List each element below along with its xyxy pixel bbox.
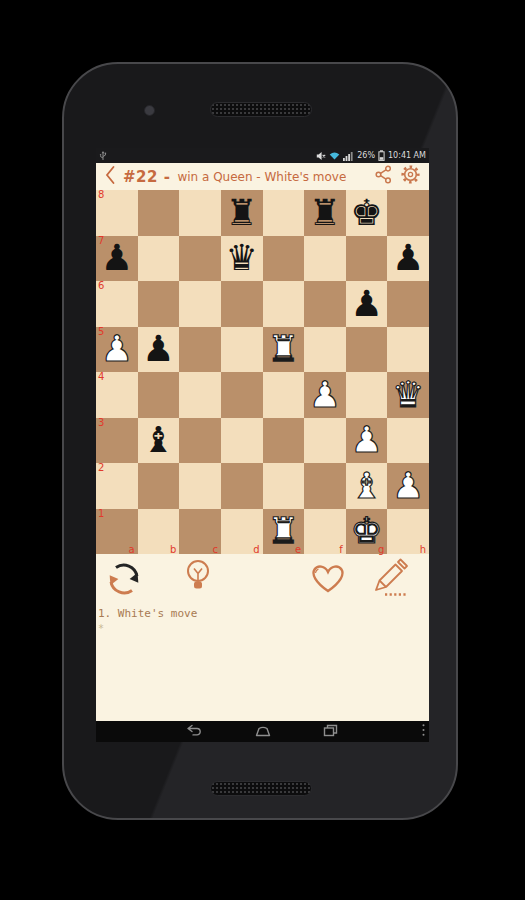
battery-icon [378,150,385,161]
square-f5[interactable] [304,327,346,373]
square-c2[interactable] [179,463,221,509]
square-g4[interactable] [346,372,388,418]
square-a3[interactable]: 3 [96,418,138,464]
rank-label: 5 [98,326,104,337]
rank-label: 7 [98,235,104,246]
back-icon [104,165,116,189]
home-nav-button[interactable] [254,721,272,742]
square-g5[interactable] [346,327,388,373]
app-header: #22 - win a Queen - White's move [96,163,429,190]
white-rook: ♜ [267,331,299,367]
square-b2[interactable] [138,463,180,509]
move-list: 1. White's move * [96,604,429,721]
square-b7[interactable] [138,236,180,282]
square-d2[interactable] [221,463,263,509]
menu-dots-icon [421,722,426,741]
square-a8[interactable]: 8 [96,190,138,236]
square-c6[interactable] [179,281,221,327]
square-f8[interactable]: ♜ [304,190,346,236]
square-c4[interactable] [179,372,221,418]
square-d5[interactable] [221,327,263,373]
black-pawn: ♟ [101,240,133,276]
black-pawn: ♟ [392,240,424,276]
square-h6[interactable] [387,281,429,327]
recents-nav-icon [323,722,339,741]
chess-board: 8♜♜♚7♟♛♟6♟5♟♟♜4♟♛3♝♟2♝♟1abcde♜fg♚h [96,190,429,554]
square-e4[interactable] [263,372,305,418]
result-marker: * [98,622,429,636]
square-e6[interactable] [263,281,305,327]
square-e2[interactable] [263,463,305,509]
back-nav-button[interactable] [185,721,203,742]
status-time: 10:41 AM [388,151,426,160]
white-pawn: ♟ [101,331,133,367]
square-g6[interactable]: ♟ [346,281,388,327]
square-d6[interactable] [221,281,263,327]
rank-label: 4 [98,371,104,382]
square-b6[interactable] [138,281,180,327]
square-h3[interactable] [387,418,429,464]
square-f1[interactable]: f [304,509,346,555]
white-pawn: ♟ [392,468,424,504]
app-screen: 26% 10:41 AM [96,148,429,742]
settings-button[interactable] [400,164,421,189]
square-b1[interactable]: b [138,509,180,555]
square-c1[interactable]: c [179,509,221,555]
move-line: 1. White's move [98,607,429,622]
menu-dots-button[interactable] [421,721,426,742]
android-nav-bar [96,721,429,742]
battery-percent: 26% [357,151,375,160]
square-c8[interactable] [179,190,221,236]
gear-icon [400,164,421,189]
square-a6[interactable]: 6 [96,281,138,327]
share-icon [374,165,393,188]
rank-label: 1 [98,508,104,519]
square-e3[interactable] [263,418,305,464]
signal-icon [343,151,354,161]
favorite-button[interactable] [308,560,348,600]
home-nav-icon [254,722,272,741]
flip-board-icon [104,584,144,603]
screenshot-background: 26% 10:41 AM [0,0,525,900]
black-pawn: ♟ [350,286,382,322]
share-button[interactable] [374,165,393,188]
square-g1[interactable]: g♚ [346,509,388,555]
hint-button[interactable] [182,557,214,603]
square-e7[interactable] [263,236,305,282]
square-h2[interactable]: ♟ [387,463,429,509]
page-title: win a Queen - White's move [177,170,346,184]
square-c5[interactable] [179,327,221,373]
square-f6[interactable] [304,281,346,327]
square-e5[interactable]: ♜ [263,327,305,373]
square-b4[interactable] [138,372,180,418]
square-d7[interactable]: ♛ [221,236,263,282]
square-d4[interactable] [221,372,263,418]
square-g2[interactable]: ♝ [346,463,388,509]
black-rook: ♜ [226,195,258,231]
square-f4[interactable]: ♟ [304,372,346,418]
rank-label: 6 [98,280,104,291]
annotate-pencil-icon [370,584,414,603]
square-b5[interactable]: ♟ [138,327,180,373]
square-a5[interactable]: 5♟ [96,327,138,373]
white-pawn: ♟ [350,422,382,458]
white-pawn: ♟ [309,377,341,413]
square-a7[interactable]: 7♟ [96,236,138,282]
square-c7[interactable] [179,236,221,282]
black-pawn: ♟ [142,331,174,367]
square-c3[interactable] [179,418,221,464]
square-g8[interactable]: ♚ [346,190,388,236]
rank-label: 3 [98,417,104,428]
flip-board-button[interactable] [104,559,144,603]
square-d1[interactable]: d [221,509,263,555]
square-h4[interactable]: ♛ [387,372,429,418]
square-a1[interactable]: 1a [96,509,138,555]
earpiece-speaker [210,102,312,117]
square-h5[interactable] [387,327,429,373]
square-d3[interactable] [221,418,263,464]
square-h1[interactable]: h [387,509,429,555]
rank-label: 2 [98,462,104,473]
square-b3[interactable]: ♝ [138,418,180,464]
square-h8[interactable] [387,190,429,236]
favorite-heart-icon [308,581,348,600]
square-g7[interactable] [346,236,388,282]
square-f3[interactable] [304,418,346,464]
square-h7[interactable]: ♟ [387,236,429,282]
rank-label: 8 [98,189,104,200]
square-e1[interactable]: e♜ [263,509,305,555]
usb-icon [99,150,107,161]
front-camera [144,105,155,116]
bottom-speaker [210,781,312,796]
square-b8[interactable] [138,190,180,236]
mute-icon [316,151,326,161]
hint-lightbulb-icon [182,584,214,603]
phone-frame: 26% 10:41 AM [62,62,458,820]
square-f2[interactable] [304,463,346,509]
puzzle-number: #22 - [123,168,170,186]
square-d8[interactable]: ♜ [221,190,263,236]
black-rook: ♜ [309,195,341,231]
back-button[interactable] [104,165,116,189]
wifi-icon [329,151,340,160]
status-bar: 26% 10:41 AM [96,148,429,163]
white-bishop: ♝ [350,468,382,504]
square-e8[interactable] [263,190,305,236]
black-queen: ♛ [226,240,258,276]
square-a2[interactable]: 2 [96,463,138,509]
back-nav-icon [185,722,203,741]
white-queen: ♛ [392,377,424,413]
square-a4[interactable]: 4 [96,372,138,418]
black-bishop: ♝ [142,422,174,458]
square-g3[interactable]: ♟ [346,418,388,464]
annotate-button[interactable] [370,557,414,603]
black-king: ♚ [350,195,382,231]
square-f7[interactable] [304,236,346,282]
recents-nav-button[interactable] [323,721,339,742]
puzzle-toolbar [96,554,429,604]
